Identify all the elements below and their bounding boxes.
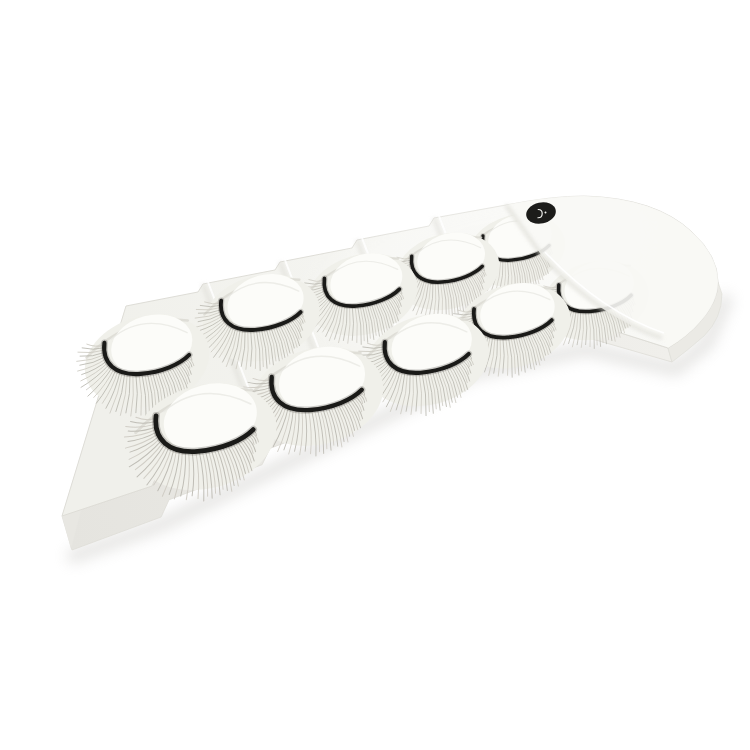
product-photo — [0, 0, 750, 750]
product-photo-svg — [0, 0, 750, 750]
